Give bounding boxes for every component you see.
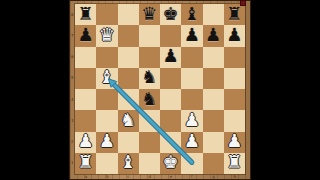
square-a3[interactable] — [75, 110, 96, 131]
square-a1[interactable]: ♜ — [75, 153, 96, 174]
square-f8[interactable]: ♝ — [181, 4, 202, 25]
square-g1[interactable] — [203, 153, 224, 174]
square-f7[interactable]: ♟ — [181, 25, 202, 46]
letterbox-right — [251, 0, 320, 180]
piece-black-pawn[interactable]: ♟ — [205, 26, 221, 44]
square-d1[interactable] — [139, 153, 160, 174]
coord-rank-8: 8 — [71, 13, 74, 17]
square-b2[interactable]: ♟ — [96, 132, 117, 153]
square-c5[interactable] — [118, 68, 139, 89]
square-g8[interactable] — [203, 4, 224, 25]
square-h4[interactable] — [224, 89, 245, 110]
square-d3[interactable] — [139, 110, 160, 131]
piece-black-queen[interactable]: ♛ — [141, 5, 157, 23]
piece-white-bishop[interactable]: ♝ — [99, 68, 115, 86]
square-a8[interactable]: ♜ — [75, 4, 96, 25]
square-f5[interactable] — [181, 68, 202, 89]
square-g2[interactable] — [203, 132, 224, 153]
square-b7[interactable]: ♛ — [96, 25, 117, 46]
piece-black-knight[interactable]: ♞ — [141, 90, 157, 108]
coord-rank-6: 6 — [71, 55, 74, 59]
letterbox-left — [0, 0, 69, 180]
square-d8[interactable]: ♛ — [139, 4, 160, 25]
piece-white-pawn[interactable]: ♟ — [78, 132, 94, 150]
coord-file-c: c — [127, 175, 129, 179]
square-a7[interactable]: ♟ — [75, 25, 96, 46]
piece-white-pawn[interactable]: ♟ — [99, 132, 115, 150]
coord-file-e: e — [170, 175, 172, 179]
square-c8[interactable] — [118, 4, 139, 25]
piece-white-pawn[interactable]: ♟ — [184, 111, 200, 129]
coord-rank-1: 1 — [71, 161, 74, 165]
coord-file-g: g — [212, 175, 215, 179]
square-f2[interactable]: ♟ — [181, 132, 202, 153]
square-d6[interactable] — [139, 47, 160, 68]
piece-black-pawn[interactable]: ♟ — [226, 26, 242, 44]
square-d2[interactable] — [139, 132, 160, 153]
piece-white-knight[interactable]: ♞ — [120, 111, 136, 129]
piece-white-queen[interactable]: ♛ — [99, 26, 115, 44]
chess-board[interactable]: ♜♛♚♝♜♟♛♟♟♟♟♝♞♞♞♟♟♟♟♟♜♝♚♜ — [75, 4, 245, 174]
piece-white-pawn[interactable]: ♟ — [184, 132, 200, 150]
piece-white-pawn[interactable]: ♟ — [226, 132, 242, 150]
square-e4[interactable] — [160, 89, 181, 110]
piece-black-pawn[interactable]: ♟ — [184, 26, 200, 44]
square-b8[interactable] — [96, 4, 117, 25]
square-h6[interactable] — [224, 47, 245, 68]
coord-file-d: d — [148, 175, 151, 179]
square-c2[interactable] — [118, 132, 139, 153]
square-h8[interactable]: ♜ — [224, 4, 245, 25]
square-e1[interactable]: ♚ — [160, 153, 181, 174]
square-b3[interactable] — [96, 110, 117, 131]
board-frame: ♜♛♚♝♜♟♛♟♟♟♟♝♞♞♞♟♟♟♟♟♜♝♚♜ 87654321abcdefg… — [69, 0, 251, 180]
square-f3[interactable]: ♟ — [181, 110, 202, 131]
piece-white-king[interactable]: ♚ — [163, 153, 179, 171]
piece-white-rook[interactable]: ♜ — [78, 153, 94, 171]
coord-file-b: b — [106, 175, 109, 179]
coord-rank-2: 2 — [71, 140, 74, 144]
square-f4[interactable] — [181, 89, 202, 110]
piece-white-rook[interactable]: ♜ — [226, 153, 242, 171]
coord-file-f: f — [191, 175, 192, 179]
square-h3[interactable] — [224, 110, 245, 131]
square-c1[interactable]: ♝ — [118, 153, 139, 174]
square-b1[interactable] — [96, 153, 117, 174]
coord-rank-4: 4 — [71, 98, 74, 102]
piece-black-knight[interactable]: ♞ — [141, 68, 157, 86]
square-b5[interactable]: ♝ — [96, 68, 117, 89]
square-e8[interactable]: ♚ — [160, 4, 181, 25]
square-g3[interactable] — [203, 110, 224, 131]
square-h7[interactable]: ♟ — [224, 25, 245, 46]
square-f6[interactable] — [181, 47, 202, 68]
square-e3[interactable] — [160, 110, 181, 131]
square-a6[interactable] — [75, 47, 96, 68]
square-c4[interactable] — [118, 89, 139, 110]
square-h2[interactable]: ♟ — [224, 132, 245, 153]
square-g6[interactable] — [203, 47, 224, 68]
piece-black-king[interactable]: ♚ — [163, 5, 179, 23]
square-g4[interactable] — [203, 89, 224, 110]
square-g7[interactable]: ♟ — [203, 25, 224, 46]
piece-black-pawn[interactable]: ♟ — [163, 47, 179, 65]
square-e7[interactable] — [160, 25, 181, 46]
square-e5[interactable] — [160, 68, 181, 89]
square-c6[interactable] — [118, 47, 139, 68]
square-d5[interactable]: ♞ — [139, 68, 160, 89]
square-a4[interactable] — [75, 89, 96, 110]
square-h1[interactable]: ♜ — [224, 153, 245, 174]
square-d4[interactable]: ♞ — [139, 89, 160, 110]
square-h5[interactable] — [224, 68, 245, 89]
square-d7[interactable] — [139, 25, 160, 46]
square-e6[interactable]: ♟ — [160, 47, 181, 68]
piece-black-rook[interactable]: ♜ — [226, 5, 242, 23]
piece-white-bishop[interactable]: ♝ — [120, 153, 136, 171]
square-f1[interactable] — [181, 153, 202, 174]
coord-rank-3: 3 — [71, 119, 74, 123]
square-b6[interactable] — [96, 47, 117, 68]
square-a5[interactable] — [75, 68, 96, 89]
coord-rank-7: 7 — [71, 34, 74, 38]
piece-black-bishop[interactable]: ♝ — [184, 5, 200, 23]
square-c7[interactable] — [118, 25, 139, 46]
square-e2[interactable] — [160, 132, 181, 153]
square-b4[interactable] — [96, 89, 117, 110]
piece-black-rook[interactable]: ♜ — [78, 5, 94, 23]
square-c3[interactable]: ♞ — [118, 110, 139, 131]
red-dot — [240, 0, 246, 6]
coord-file-a: a — [85, 175, 87, 179]
coord-file-h: h — [233, 175, 236, 179]
square-a2[interactable]: ♟ — [75, 132, 96, 153]
piece-black-pawn[interactable]: ♟ — [78, 26, 94, 44]
coord-rank-5: 5 — [71, 76, 74, 80]
square-g5[interactable] — [203, 68, 224, 89]
